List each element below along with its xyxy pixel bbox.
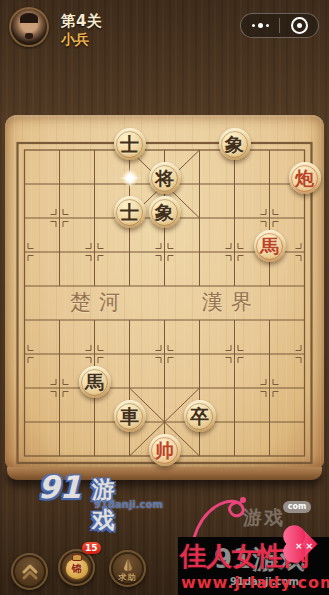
watermark-jrlady-url: www.jrlady.com bbox=[181, 573, 329, 592]
piece-character: 車 bbox=[120, 407, 139, 426]
piece-character: 将 bbox=[155, 169, 174, 188]
app-screen: 第4关 小兵 楚河 漢界 士象将炮士象馬馬車卒帅 91 游戏 91danji.c… bbox=[0, 0, 329, 595]
xiangqi-piece-black-士[interactable]: 士 bbox=[114, 196, 146, 228]
heart-x-marks: ×× bbox=[295, 541, 325, 551]
xiangqi-piece-black-将[interactable]: 将 bbox=[149, 162, 181, 194]
watermark-jrlady: 91游戏 91danji.com 佳人女性网 ×× www.jrlady.com bbox=[178, 537, 329, 595]
piece-character: 馬 bbox=[85, 373, 104, 392]
close-button[interactable] bbox=[280, 14, 318, 37]
more-dot bbox=[252, 24, 255, 27]
hint-bag-button[interactable]: 锦 15 bbox=[58, 549, 95, 586]
piece-character: 士 bbox=[120, 203, 139, 222]
ask-help-label: 求助 bbox=[119, 574, 137, 582]
miniprogram-capsule bbox=[240, 13, 319, 38]
more-options-button[interactable] bbox=[241, 14, 279, 37]
more-dot bbox=[266, 24, 269, 27]
piece-character: 馬 bbox=[260, 237, 279, 256]
xiangqi-piece-red-炮[interactable]: 炮 bbox=[289, 162, 321, 194]
hint-count-badge: 15 bbox=[82, 542, 101, 554]
watermark-com-badge: com bbox=[283, 501, 311, 513]
chevron-up-icon bbox=[17, 559, 43, 585]
river-label-left: 楚河 bbox=[57, 288, 141, 316]
river-label-right: 漢界 bbox=[189, 288, 273, 316]
hint-bag-char: 锦 bbox=[72, 564, 82, 574]
player-avatar[interactable] bbox=[9, 7, 49, 47]
level-title: 第4关 bbox=[61, 12, 101, 31]
praying-hands-icon bbox=[118, 558, 138, 573]
xiangqi-piece-black-象[interactable]: 象 bbox=[219, 128, 251, 160]
watermark-91games: 91 游戏 91danji.com bbox=[38, 472, 81, 503]
expand-menu-button[interactable] bbox=[11, 553, 48, 590]
piece-character: 炮 bbox=[295, 169, 314, 188]
xiangqi-piece-black-士[interactable]: 士 bbox=[114, 128, 146, 160]
xiangqi-piece-red-帅[interactable]: 帅 bbox=[149, 434, 181, 466]
xiangqi-piece-black-車[interactable]: 車 bbox=[114, 400, 146, 432]
more-dot bbox=[258, 23, 263, 28]
watermark-91-url: 91danji.com bbox=[94, 499, 163, 510]
piece-character: 士 bbox=[120, 135, 139, 154]
watermark-91-number: 91 bbox=[38, 469, 81, 505]
piece-character: 象 bbox=[155, 203, 174, 222]
xiangqi-piece-red-馬[interactable]: 馬 bbox=[254, 230, 286, 262]
piece-character: 卒 bbox=[190, 407, 209, 426]
hint-bag-icon: 锦 bbox=[65, 558, 89, 580]
piece-character: 帅 bbox=[155, 441, 174, 460]
close-icon bbox=[291, 17, 308, 34]
xiangqi-piece-black-馬[interactable]: 馬 bbox=[79, 366, 111, 398]
xiangqi-piece-black-卒[interactable]: 卒 bbox=[184, 400, 216, 432]
watermark-ghost-text: 游戏 bbox=[243, 505, 285, 531]
xiangqi-piece-black-象[interactable]: 象 bbox=[149, 196, 181, 228]
player-rank-label: 小兵 bbox=[61, 31, 89, 49]
piece-character: 象 bbox=[225, 135, 244, 154]
ask-help-button[interactable]: 求助 bbox=[109, 550, 146, 587]
